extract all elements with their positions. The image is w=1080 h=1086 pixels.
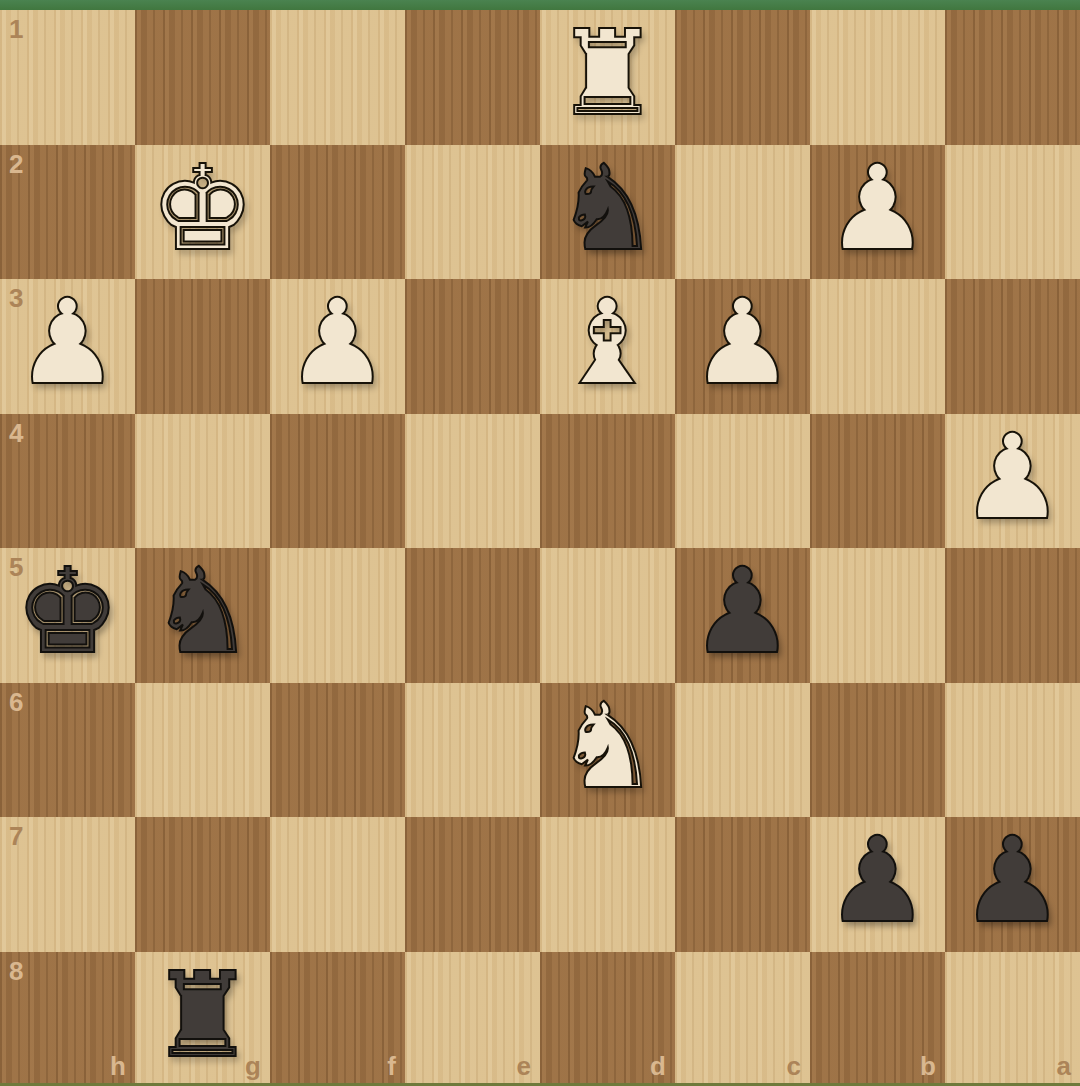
white-knight[interactable]: ♞ [555,687,661,805]
square-d3[interactable]: ♝ [540,279,675,414]
square-a6[interactable] [945,683,1080,818]
square-e4[interactable] [405,414,540,549]
square-h7[interactable]: 7 [0,817,135,952]
square-d5[interactable] [540,548,675,683]
square-a3[interactable] [945,279,1080,414]
file-label-d: d [650,1053,666,1079]
square-f1[interactable] [270,10,405,145]
file-label-a: a [1057,1053,1071,1079]
rank-label-2: 2 [9,151,23,177]
square-h2[interactable]: 2 [0,145,135,280]
square-f6[interactable] [270,683,405,818]
square-f2[interactable] [270,145,405,280]
square-g1[interactable] [135,10,270,145]
white-pawn[interactable]: ♟ [825,149,931,267]
file-label-f: f [387,1053,396,1079]
square-f7[interactable] [270,817,405,952]
white-rook[interactable]: ♜ [555,14,661,132]
square-g5[interactable]: ♞ [135,548,270,683]
square-h3[interactable]: 3♟ [0,279,135,414]
square-b2[interactable]: ♟ [810,145,945,280]
square-h6[interactable]: 6 [0,683,135,818]
chess-app: 1♜2♚♞♟3♟♟♝♟4♟5♚♞♟6♞7♟♟8hg♜fedcba [0,0,1080,1086]
square-g3[interactable] [135,279,270,414]
white-bishop[interactable]: ♝ [555,283,661,401]
square-d1[interactable]: ♜ [540,10,675,145]
square-b4[interactable] [810,414,945,549]
square-c7[interactable] [675,817,810,952]
square-a1[interactable] [945,10,1080,145]
square-b1[interactable] [810,10,945,145]
square-c4[interactable] [675,414,810,549]
square-b3[interactable] [810,279,945,414]
square-g6[interactable] [135,683,270,818]
square-d6[interactable]: ♞ [540,683,675,818]
square-a4[interactable]: ♟ [945,414,1080,549]
square-d7[interactable] [540,817,675,952]
chess-board[interactable]: 1♜2♚♞♟3♟♟♝♟4♟5♚♞♟6♞7♟♟8hg♜fedcba [0,10,1080,1086]
square-h4[interactable]: 4 [0,414,135,549]
black-rook[interactable]: ♜ [150,956,256,1074]
square-a5[interactable] [945,548,1080,683]
square-c3[interactable]: ♟ [675,279,810,414]
file-label-h: h [110,1053,126,1079]
rank-label-1: 1 [9,16,23,42]
square-f5[interactable] [270,548,405,683]
square-g8[interactable]: g♜ [135,952,270,1086]
square-c2[interactable] [675,145,810,280]
square-d4[interactable] [540,414,675,549]
square-a8[interactable]: a [945,952,1080,1086]
black-knight[interactable]: ♞ [555,149,661,267]
white-pawn[interactable]: ♟ [690,283,796,401]
square-h5[interactable]: 5♚ [0,548,135,683]
black-king[interactable]: ♚ [15,552,121,670]
square-e6[interactable] [405,683,540,818]
square-b7[interactable]: ♟ [810,817,945,952]
square-d2[interactable]: ♞ [540,145,675,280]
square-e5[interactable] [405,548,540,683]
rank-label-6: 6 [9,689,23,715]
square-c8[interactable]: c [675,952,810,1086]
black-knight[interactable]: ♞ [150,552,256,670]
square-g7[interactable] [135,817,270,952]
rank-label-8: 8 [9,958,23,984]
square-a7[interactable]: ♟ [945,817,1080,952]
file-label-c: c [787,1053,801,1079]
square-g2[interactable]: ♚ [135,145,270,280]
black-pawn[interactable]: ♟ [825,821,931,939]
square-b6[interactable] [810,683,945,818]
white-pawn[interactable]: ♟ [285,283,391,401]
square-c1[interactable] [675,10,810,145]
square-d8[interactable]: d [540,952,675,1086]
square-f4[interactable] [270,414,405,549]
square-b8[interactable]: b [810,952,945,1086]
black-pawn[interactable]: ♟ [960,821,1066,939]
square-e8[interactable]: e [405,952,540,1086]
square-b5[interactable] [810,548,945,683]
square-e3[interactable] [405,279,540,414]
white-king[interactable]: ♚ [150,149,256,267]
rank-label-7: 7 [9,823,23,849]
square-h1[interactable]: 1 [0,10,135,145]
file-label-b: b [920,1053,936,1079]
square-e2[interactable] [405,145,540,280]
square-a2[interactable] [945,145,1080,280]
square-c5[interactable]: ♟ [675,548,810,683]
square-f8[interactable]: f [270,952,405,1086]
top-green-strip [0,0,1080,10]
rank-label-4: 4 [9,420,23,446]
square-e1[interactable] [405,10,540,145]
square-c6[interactable] [675,683,810,818]
square-h8[interactable]: 8h [0,952,135,1086]
white-pawn[interactable]: ♟ [960,418,1066,536]
square-f3[interactable]: ♟ [270,279,405,414]
white-pawn[interactable]: ♟ [15,283,121,401]
file-label-e: e [517,1053,531,1079]
square-e7[interactable] [405,817,540,952]
black-pawn[interactable]: ♟ [690,552,796,670]
square-g4[interactable] [135,414,270,549]
